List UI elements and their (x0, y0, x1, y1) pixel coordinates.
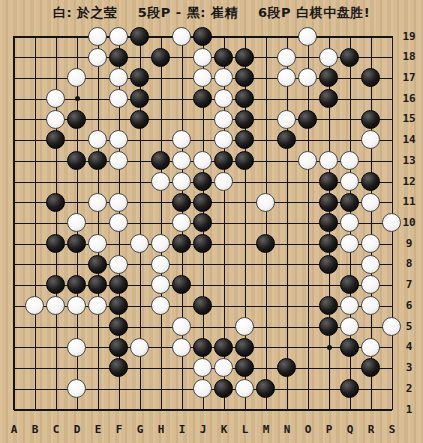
white-stone[interactable] (109, 27, 128, 46)
white-stone[interactable] (214, 110, 233, 129)
white-stone[interactable] (256, 193, 275, 212)
column-label: J (195, 423, 211, 436)
grid-line-horizontal (14, 410, 392, 411)
black-stone[interactable] (46, 193, 65, 212)
column-label: R (363, 423, 379, 436)
column-label: P (321, 423, 337, 436)
white-stone[interactable] (109, 193, 128, 212)
white-stone[interactable] (151, 172, 170, 191)
white-stone[interactable] (382, 213, 401, 232)
column-label: A (6, 423, 22, 436)
black-stone[interactable] (193, 172, 212, 191)
white-stone[interactable] (214, 172, 233, 191)
row-label: 19 (400, 30, 418, 43)
column-label: K (216, 423, 232, 436)
black-stone[interactable] (235, 338, 254, 357)
black-stone[interactable] (130, 110, 149, 129)
white-stone[interactable] (277, 48, 296, 67)
column-label: B (27, 423, 43, 436)
row-label: 18 (400, 50, 418, 63)
black-stone[interactable] (340, 193, 359, 212)
go-game-viewer: 白: 於之莹 5段P - 黑: 崔精 6段P 白棋中盘胜! ABCDEFGHIJ… (0, 0, 423, 443)
row-label: 15 (400, 112, 418, 125)
white-stone[interactable] (361, 255, 380, 274)
white-stone[interactable] (340, 172, 359, 191)
white-stone[interactable] (88, 193, 107, 212)
white-stone[interactable] (172, 27, 191, 46)
column-label: G (132, 423, 148, 436)
white-stone[interactable] (130, 338, 149, 357)
column-label: C (48, 423, 64, 436)
row-label: 5 (400, 320, 418, 333)
column-label: N (279, 423, 295, 436)
black-stone[interactable] (361, 110, 380, 129)
row-label: 11 (400, 195, 418, 208)
white-stone[interactable] (172, 338, 191, 357)
white-stone[interactable] (88, 27, 107, 46)
grid-line-vertical (266, 37, 267, 410)
column-label: S (384, 423, 400, 436)
white-stone[interactable] (235, 317, 254, 336)
white-stone[interactable] (361, 338, 380, 357)
black-stone[interactable] (235, 48, 254, 67)
grid-line-vertical (287, 37, 288, 410)
row-label: 13 (400, 154, 418, 167)
grid-line-vertical (308, 37, 309, 410)
row-label: 9 (400, 237, 418, 250)
white-stone[interactable] (298, 27, 317, 46)
black-stone[interactable] (109, 338, 128, 357)
white-stone[interactable] (361, 193, 380, 212)
black-stone[interactable] (214, 338, 233, 357)
row-label: 17 (400, 71, 418, 84)
column-label: L (237, 423, 253, 436)
black-stone[interactable] (214, 48, 233, 67)
black-stone[interactable] (340, 338, 359, 357)
black-stone[interactable] (235, 110, 254, 129)
column-label: D (69, 423, 85, 436)
row-label: 2 (400, 382, 418, 395)
black-stone[interactable] (67, 110, 86, 129)
white-stone[interactable] (340, 317, 359, 336)
row-label: 1 (400, 403, 418, 416)
white-stone[interactable] (46, 110, 65, 129)
black-stone[interactable] (319, 317, 338, 336)
black-stone[interactable] (193, 27, 212, 46)
row-label: 7 (400, 278, 418, 291)
white-stone[interactable] (382, 317, 401, 336)
row-label: 8 (400, 257, 418, 270)
black-stone[interactable] (172, 193, 191, 212)
black-stone[interactable] (109, 317, 128, 336)
white-stone[interactable] (172, 172, 191, 191)
column-label: O (300, 423, 316, 436)
row-label: 16 (400, 92, 418, 105)
black-stone[interactable] (319, 255, 338, 274)
white-stone[interactable] (193, 48, 212, 67)
star-point (75, 96, 80, 101)
row-label: 6 (400, 299, 418, 312)
column-label: F (111, 423, 127, 436)
row-label: 14 (400, 133, 418, 146)
black-stone[interactable] (151, 48, 170, 67)
white-stone[interactable] (151, 255, 170, 274)
black-stone[interactable] (193, 338, 212, 357)
column-label: M (258, 423, 274, 436)
white-stone[interactable] (277, 110, 296, 129)
row-label: 12 (400, 175, 418, 188)
row-label: 10 (400, 216, 418, 229)
white-stone[interactable] (109, 255, 128, 274)
column-label: E (90, 423, 106, 436)
black-stone[interactable] (130, 27, 149, 46)
black-stone[interactable] (361, 172, 380, 191)
column-label: H (153, 423, 169, 436)
column-label: Q (342, 423, 358, 436)
column-label: I (174, 423, 190, 436)
star-point (327, 345, 332, 350)
white-stone[interactable] (319, 48, 338, 67)
white-stone[interactable] (172, 317, 191, 336)
black-stone[interactable] (88, 255, 107, 274)
black-stone[interactable] (319, 172, 338, 191)
black-stone[interactable] (193, 193, 212, 212)
row-label: 4 (400, 340, 418, 353)
go-board[interactable]: ABCDEFGHIJKLMNOPQRS191817161514131211109… (0, 0, 423, 443)
row-label: 3 (400, 361, 418, 374)
white-stone[interactable] (88, 48, 107, 67)
black-stone[interactable] (340, 48, 359, 67)
black-stone[interactable] (298, 110, 317, 129)
black-stone[interactable] (319, 193, 338, 212)
white-stone[interactable] (67, 338, 86, 357)
black-stone[interactable] (109, 48, 128, 67)
